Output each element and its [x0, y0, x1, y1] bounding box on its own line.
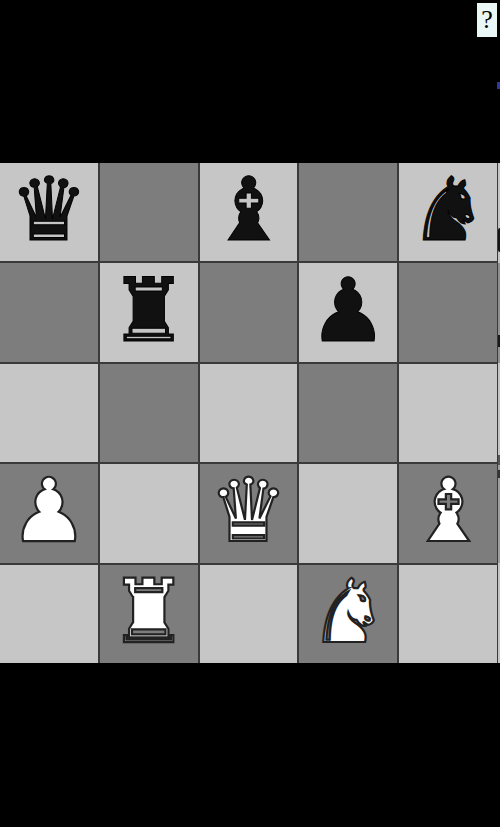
black-pawn-piece[interactable]: ♟: [309, 267, 388, 355]
chess-board: ♛♝♞♜♟♟♛♝♜♞: [0, 163, 497, 663]
square-r4c1[interactable]: ♟: [0, 464, 98, 562]
square-r5c4[interactable]: ♞: [299, 565, 397, 663]
black-queen-piece[interactable]: ♛: [9, 166, 88, 254]
square-r4c2[interactable]: [100, 464, 198, 562]
square-r2c5[interactable]: [399, 263, 497, 361]
square-r2c1[interactable]: [0, 263, 98, 361]
white-bishop-piece[interactable]: ♝: [409, 467, 488, 555]
square-r5c1[interactable]: [0, 565, 98, 663]
square-r1c4[interactable]: [299, 163, 397, 261]
square-r4c4[interactable]: [299, 464, 397, 562]
square-r3c3[interactable]: [200, 364, 298, 462]
square-r2c3[interactable]: [200, 263, 298, 361]
white-pawn-piece[interactable]: ♟: [9, 467, 88, 555]
square-r2c4[interactable]: ♟: [299, 263, 397, 361]
square-r5c2[interactable]: ♜: [100, 565, 198, 663]
help-button[interactable]: ?: [477, 3, 497, 37]
black-bishop-piece[interactable]: ♝: [209, 166, 288, 254]
black-knight-piece[interactable]: ♞: [409, 166, 488, 254]
square-r2c2[interactable]: ♜: [100, 263, 198, 361]
square-r3c2[interactable]: [100, 364, 198, 462]
square-r5c3[interactable]: [200, 565, 298, 663]
white-rook-piece[interactable]: ♜: [109, 568, 188, 656]
white-queen-piece[interactable]: ♛: [209, 467, 288, 555]
square-r3c5[interactable]: [399, 364, 497, 462]
square-r5c5[interactable]: [399, 565, 497, 663]
square-r3c4[interactable]: [299, 364, 397, 462]
square-r1c3[interactable]: ♝: [200, 163, 298, 261]
square-r1c5[interactable]: ♞: [399, 163, 497, 261]
square-r1c1[interactable]: ♛: [0, 163, 98, 261]
square-r3c1[interactable]: [0, 364, 98, 462]
black-rook-piece[interactable]: ♜: [109, 267, 188, 355]
square-r4c5[interactable]: ♝: [399, 464, 497, 562]
square-r1c2[interactable]: [100, 163, 198, 261]
white-knight-piece[interactable]: ♞: [309, 568, 388, 656]
square-r4c3[interactable]: ♛: [200, 464, 298, 562]
